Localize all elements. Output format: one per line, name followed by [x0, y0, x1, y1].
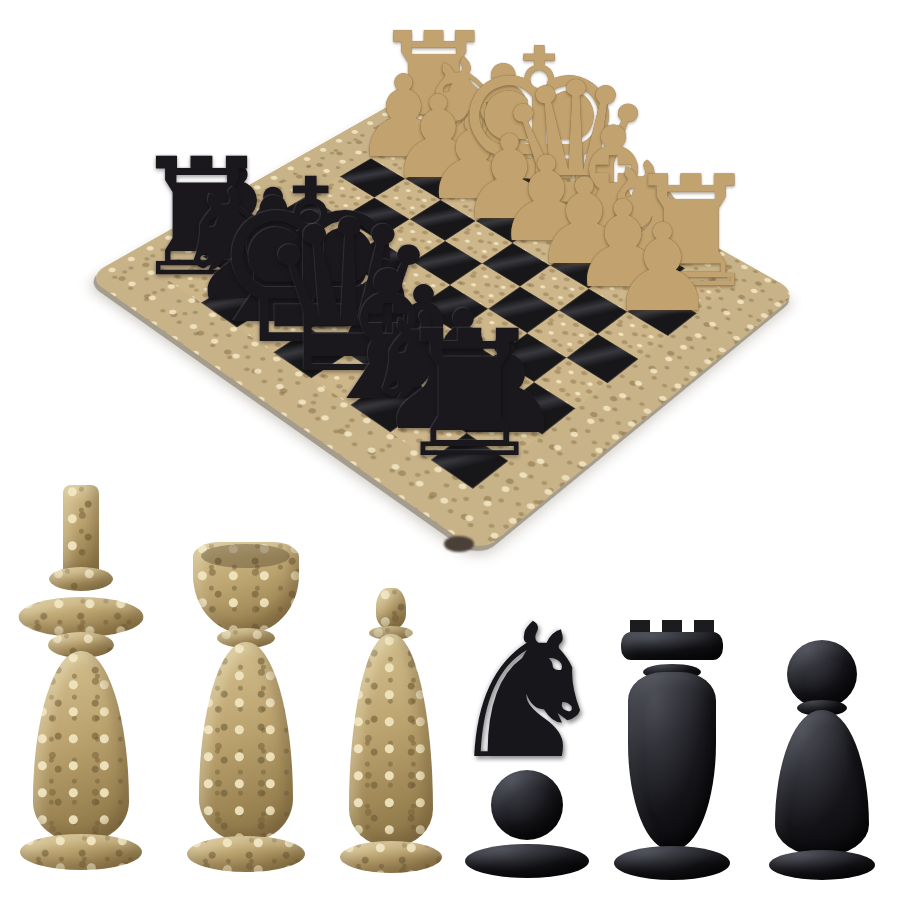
- knight-base: [465, 844, 589, 878]
- knight-head-glyph: ♞: [444, 600, 610, 785]
- rook-base: [614, 846, 730, 880]
- rook-body: [628, 672, 716, 850]
- showcase-coral-king: [18, 485, 143, 870]
- king-body: [33, 651, 129, 843]
- chessboard-grid: [166, 123, 725, 489]
- queen-base: [187, 836, 305, 872]
- pawn-ball: [787, 640, 857, 708]
- chessboard: [87, 84, 798, 553]
- showcase-coral-queen: [188, 542, 303, 872]
- queen-cup: [193, 542, 299, 634]
- showcase-black-knight: ♞: [462, 620, 592, 878]
- showcase-black-rook: [612, 620, 732, 880]
- pawn-base: [769, 850, 875, 880]
- product-photo: ♜♞♝♚♛♝♞♜♟♟♟♟♟♟♟♟♟♟♟♟♟♟♟♟♜♞♝♚♛♝♞♜ ♞: [0, 0, 900, 900]
- board-corner-foot: [444, 536, 474, 552]
- king-collar: [49, 567, 113, 591]
- rook-crown: [621, 632, 723, 660]
- king-finial: [63, 485, 99, 577]
- bishop-base: [340, 841, 442, 873]
- showcase-coral-bishop: [338, 588, 443, 873]
- king-disc: [18, 597, 143, 637]
- pawn-body: [775, 710, 869, 856]
- queen-body: [199, 642, 293, 842]
- showcase-black-pawn: [768, 640, 876, 880]
- knight-ball: [491, 770, 563, 840]
- bishop-body: [349, 634, 433, 846]
- bishop-tip: [376, 588, 406, 630]
- king-base: [20, 834, 142, 870]
